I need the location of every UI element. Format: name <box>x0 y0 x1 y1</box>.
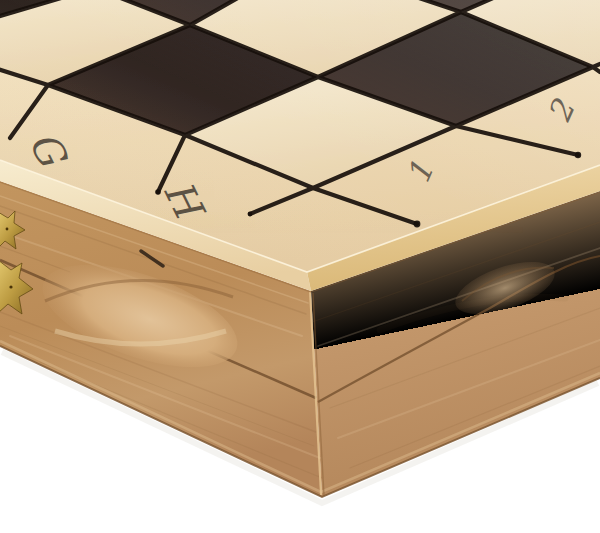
chess-box-scene: G H 1 2 <box>0 0 600 533</box>
folded-chess-box-photo: G H 1 2 <box>0 0 600 533</box>
